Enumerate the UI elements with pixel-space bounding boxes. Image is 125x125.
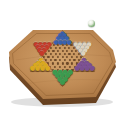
empty-hole[interactable]	[52, 50, 54, 52]
empty-hole[interactable]	[57, 50, 59, 52]
empty-hole[interactable]	[47, 56, 49, 58]
empty-hole[interactable]	[73, 53, 75, 55]
empty-hole[interactable]	[52, 62, 54, 64]
empty-hole[interactable]	[64, 59, 66, 61]
peg-green[interactable]: ●	[60, 79, 66, 86]
chinese-checkers-product-photo: ●●●●●●●●●●●●●●●●●●●●●●●●●●●●●●●●●●●●●●●●…	[0, 0, 125, 125]
empty-hole[interactable]	[66, 62, 68, 64]
empty-hole[interactable]	[57, 44, 59, 46]
empty-hole[interactable]	[73, 47, 75, 49]
empty-hole[interactable]	[54, 59, 56, 61]
empty-hole[interactable]	[54, 53, 56, 55]
empty-hole[interactable]	[50, 47, 52, 49]
empty-hole[interactable]	[64, 53, 66, 55]
empty-hole[interactable]	[59, 47, 61, 49]
peg-purple[interactable]: ●	[90, 66, 96, 73]
empty-hole[interactable]	[61, 56, 63, 58]
empty-hole[interactable]	[61, 62, 63, 64]
peg-yellow[interactable]: ●	[45, 66, 51, 73]
empty-hole[interactable]	[70, 44, 72, 46]
empty-hole[interactable]	[48, 50, 50, 52]
empty-hole[interactable]	[57, 62, 59, 64]
empty-hole[interactable]	[75, 50, 77, 52]
board-cells: ●●●●●●●●●●●●●●●●●●●●●●●●●●●●●●●●●●●●●●●●…	[0, 0, 125, 125]
loose-marble[interactable]	[88, 20, 95, 27]
empty-hole[interactable]	[69, 59, 71, 61]
empty-hole[interactable]	[68, 53, 70, 55]
empty-hole[interactable]	[55, 47, 57, 49]
empty-hole[interactable]	[57, 56, 59, 58]
empty-hole[interactable]	[66, 44, 68, 46]
empty-hole[interactable]	[59, 53, 61, 55]
empty-hole[interactable]	[52, 56, 54, 58]
empty-hole[interactable]	[53, 44, 55, 46]
empty-hole[interactable]	[76, 56, 78, 58]
empty-hole[interactable]	[61, 44, 63, 46]
empty-hole[interactable]	[64, 47, 66, 49]
empty-hole[interactable]	[68, 47, 70, 49]
empty-hole[interactable]	[66, 50, 68, 52]
empty-hole[interactable]	[71, 62, 73, 64]
empty-hole[interactable]	[59, 59, 61, 61]
empty-hole[interactable]	[61, 50, 63, 52]
empty-hole[interactable]	[73, 59, 75, 61]
empty-hole[interactable]	[66, 56, 68, 58]
empty-hole[interactable]	[50, 53, 52, 55]
empty-hole[interactable]	[71, 56, 73, 58]
empty-hole[interactable]	[49, 59, 51, 61]
empty-hole[interactable]	[78, 53, 80, 55]
empty-hole[interactable]	[45, 53, 47, 55]
empty-hole[interactable]	[71, 50, 73, 52]
